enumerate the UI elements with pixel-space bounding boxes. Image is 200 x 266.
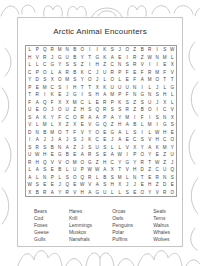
page-title: Arctic Animal Encounters bbox=[18, 27, 182, 36]
grid-cell-r5c12: O bbox=[109, 76, 117, 84]
grid-cell-r11c2: L bbox=[34, 121, 42, 129]
grid-cell-r7c8: I bbox=[79, 91, 87, 99]
grid-cell-r5c18: O bbox=[154, 76, 162, 84]
grid-cell-r20c1: X bbox=[26, 189, 34, 197]
grid-cell-r13c20: O bbox=[169, 136, 177, 144]
grid-cell-r5c7: S bbox=[71, 76, 79, 84]
grid-cell-r8c2: A bbox=[34, 99, 42, 107]
grid-cell-r7c17: N bbox=[146, 91, 154, 99]
doodle-arc bbox=[191, 228, 197, 250]
grid-cell-r20c16: O bbox=[139, 189, 147, 197]
grid-cell-r6c12: U bbox=[109, 84, 117, 92]
doodle-swirl bbox=[189, 130, 195, 164]
grid-cell-r3c12: C bbox=[109, 61, 117, 69]
grid-cell-r10c2: A bbox=[34, 114, 42, 122]
grid-cell-r17c10: W bbox=[94, 166, 102, 174]
grid-cell-r19c1: W bbox=[26, 181, 34, 189]
grid-cell-r2c18: N bbox=[154, 54, 162, 62]
grid-cell-r1c12: S bbox=[109, 46, 117, 54]
grid-cell-r12c19: H bbox=[161, 129, 169, 137]
grid-cell-r5c20: T bbox=[169, 76, 177, 84]
grid-cell-r15c17: Y bbox=[146, 151, 154, 159]
grid-cell-r4c19: F bbox=[161, 69, 169, 77]
grid-cell-r3c18: I bbox=[154, 61, 162, 69]
grid-cell-r13c11: E bbox=[101, 136, 109, 144]
grid-cell-r16c10: Z bbox=[94, 159, 102, 167]
grid-cell-r15c7: E bbox=[71, 151, 79, 159]
grid-cell-r5c6: M bbox=[64, 76, 72, 84]
grid-cell-r17c18: C bbox=[154, 166, 162, 174]
grid-cell-r12c7: F bbox=[71, 129, 79, 137]
grid-cell-r17c3: S bbox=[41, 166, 49, 174]
grid-cell-r6c17: L bbox=[146, 84, 154, 92]
grid-cell-r16c5: V bbox=[56, 159, 64, 167]
grid-cell-r10c18: S bbox=[154, 114, 162, 122]
grid-cell-r6c10: X bbox=[94, 84, 102, 92]
grid-cell-r18c11: B bbox=[101, 174, 109, 182]
grid-cell-r11c19: G bbox=[161, 121, 169, 129]
grid-cell-r10c17: I bbox=[146, 114, 154, 122]
grid-cell-r3c20: X bbox=[169, 61, 177, 69]
grid-cell-r11c20: S bbox=[169, 121, 177, 129]
doodle-swirl bbox=[5, 138, 11, 172]
grid-cell-r17c15: H bbox=[131, 166, 139, 174]
grid-cell-r4c10: J bbox=[94, 69, 102, 77]
grid-cell-r16c9: G bbox=[86, 159, 94, 167]
grid-cell-r12c14: L bbox=[124, 129, 132, 137]
grid-cell-r7c4: K bbox=[49, 91, 57, 99]
grid-cell-r12c11: E bbox=[101, 129, 109, 137]
grid-cell-r11c8: E bbox=[79, 121, 87, 129]
grid-cell-r15c6: B bbox=[64, 151, 72, 159]
grid-cell-r10c1: S bbox=[26, 114, 34, 122]
grid-cell-r20c18: V bbox=[154, 189, 162, 197]
grid-cell-r15c9: R bbox=[86, 151, 94, 159]
grid-cell-r14c13: L bbox=[116, 144, 124, 152]
grid-cell-r19c15: J bbox=[131, 181, 139, 189]
grid-cell-r12c10: O bbox=[94, 129, 102, 137]
word-item: Lemmings bbox=[69, 222, 92, 229]
grid-cell-r10c5: F bbox=[56, 114, 64, 122]
grid-cell-r6c11: K bbox=[101, 84, 109, 92]
grid-cell-r18c18: R bbox=[154, 174, 162, 182]
grid-cell-r12c3: B bbox=[41, 129, 49, 137]
grid-cell-r18c13: M bbox=[116, 174, 124, 182]
grid-cell-r13c17: V bbox=[146, 136, 154, 144]
grid-cell-r1c5: M bbox=[56, 46, 64, 54]
grid-cell-r18c3: N bbox=[41, 174, 49, 182]
grid-cell-r9c11: R bbox=[101, 106, 109, 114]
grid-cell-r10c14: M bbox=[124, 114, 132, 122]
grid-cell-r3c2: L bbox=[34, 61, 42, 69]
grid-cell-r20c10: G bbox=[94, 189, 102, 197]
grid-cell-r11c16: L bbox=[139, 121, 147, 129]
grid-cell-r17c20: Q bbox=[169, 166, 177, 174]
grid-cell-r1c1: L bbox=[26, 46, 34, 54]
grid-cell-r15c19: Z bbox=[161, 151, 169, 159]
grid-cell-r17c14: V bbox=[124, 166, 132, 174]
grid-cell-r5c3: S bbox=[41, 76, 49, 84]
doodle-arc bbox=[66, 259, 82, 266]
grid-cell-r16c20: J bbox=[169, 159, 177, 167]
grid-cell-r15c13: W bbox=[116, 151, 124, 159]
grid-cell-r18c17: E bbox=[146, 174, 154, 182]
grid-cell-r20c12: L bbox=[109, 189, 117, 197]
grid-cell-r3c7: S bbox=[71, 61, 79, 69]
word-item: Walrus bbox=[153, 222, 170, 229]
grid-cell-r18c5: L bbox=[56, 174, 64, 182]
grid-cell-r7c6: J bbox=[64, 91, 72, 99]
grid-cell-r10c3: K bbox=[41, 114, 49, 122]
grid-cell-r1c14: O bbox=[124, 46, 132, 54]
grid-cell-r19c16: E bbox=[139, 181, 147, 189]
grid-cell-r5c4: X bbox=[49, 76, 57, 84]
word-item: Cod bbox=[34, 215, 49, 222]
grid-cell-r3c11: Z bbox=[101, 61, 109, 69]
puzzle-card: Arctic Animal Encounters LPQRMNBOIIKSJOZ… bbox=[17, 17, 183, 247]
grid-cell-r14c2: R bbox=[34, 144, 42, 152]
grid-cell-r12c20: E bbox=[169, 129, 177, 137]
grid-cell-r18c1: A bbox=[26, 174, 34, 182]
grid-cell-r1c6: N bbox=[64, 46, 72, 54]
grid-cell-r4c15: E bbox=[131, 69, 139, 77]
grid-cell-r3c5: Y bbox=[56, 61, 64, 69]
grid-cell-r4c14: F bbox=[124, 69, 132, 77]
grid-cell-r12c1: D bbox=[26, 129, 34, 137]
grid-cell-r11c4: L bbox=[49, 121, 57, 129]
grid-cell-r8c6: X bbox=[64, 99, 72, 107]
grid-cell-r3c1: L bbox=[26, 61, 34, 69]
grid-cell-r11c10: G bbox=[94, 121, 102, 129]
doodle-swirl bbox=[191, 82, 198, 116]
grid-cell-r11c12: Z bbox=[109, 121, 117, 129]
grid-cell-r6c9: T bbox=[86, 84, 94, 92]
grid-cell-r6c20: G bbox=[169, 84, 177, 92]
grid-cell-r14c8: J bbox=[79, 144, 87, 152]
grid-cell-r15c16: O bbox=[139, 151, 147, 159]
grid-cell-r2c10: G bbox=[94, 54, 102, 62]
grid-cell-r5c8: Y bbox=[79, 76, 87, 84]
grid-cell-r16c7: M bbox=[71, 159, 79, 167]
grid-cell-r8c5: X bbox=[56, 99, 64, 107]
grid-cell-r6c7: H bbox=[71, 84, 79, 92]
grid-cell-r3c15: R bbox=[131, 61, 139, 69]
grid-cell-r5c13: L bbox=[116, 76, 124, 84]
doodle-petal bbox=[68, 6, 87, 16]
doodle-swirl bbox=[189, 42, 195, 70]
grid-cell-r3c14: S bbox=[124, 61, 132, 69]
grid-cell-r11c5: X bbox=[56, 121, 64, 129]
grid-cell-r18c12: S bbox=[109, 174, 117, 182]
grid-cell-r14c1: S bbox=[26, 144, 34, 152]
grid-cell-r17c2: A bbox=[34, 166, 42, 174]
grid-cell-r10c19: N bbox=[161, 114, 169, 122]
grid-cell-r17c9: W bbox=[86, 166, 94, 174]
grid-cell-r15c5: G bbox=[56, 151, 64, 159]
grid-cell-r9c5: O bbox=[56, 106, 64, 114]
grid-cell-r3c16: V bbox=[139, 61, 147, 69]
doodle-arc bbox=[195, 8, 200, 16]
grid-cell-r16c14: G bbox=[124, 159, 132, 167]
grid-cell-r4c12: R bbox=[109, 69, 117, 77]
grid-cell-r13c4: J bbox=[49, 136, 57, 144]
grid-cell-r13c16: S bbox=[139, 136, 147, 144]
grid-cell-r6c16: I bbox=[139, 84, 147, 92]
grid-cell-r15c4: E bbox=[49, 151, 57, 159]
grid-cell-r8c14: S bbox=[124, 99, 132, 107]
grid-cell-r5c1: Y bbox=[26, 76, 34, 84]
grid-cell-r18c19: N bbox=[161, 174, 169, 182]
grid-cell-r20c2: B bbox=[34, 189, 42, 197]
word-column-1: BearsCodFoxesGeeseGulls bbox=[34, 208, 49, 243]
grid-cell-r15c14: I bbox=[124, 151, 132, 159]
grid-cell-r15c2: W bbox=[34, 151, 42, 159]
grid-cell-r4c5: A bbox=[56, 69, 64, 77]
grid-cell-r8c13: K bbox=[116, 99, 124, 107]
grid-cell-r7c13: P bbox=[116, 91, 124, 99]
grid-cell-r9c18: I bbox=[154, 106, 162, 114]
grid-cell-r11c6: Z bbox=[64, 121, 72, 129]
grid-cell-r5c14: E bbox=[124, 76, 132, 84]
grid-cell-r8c19: X bbox=[161, 99, 169, 107]
grid-cell-r6c5: S bbox=[56, 84, 64, 92]
grid-cell-r7c12: M bbox=[109, 91, 117, 99]
grid-cell-r1c20: W bbox=[169, 46, 177, 54]
grid-cell-r5c10: J bbox=[94, 76, 102, 84]
grid-cell-r11c11: Q bbox=[101, 121, 109, 129]
grid-cell-r6c2: E bbox=[34, 84, 42, 92]
grid-cell-r7c14: F bbox=[124, 91, 132, 99]
grid-cell-r10c8: R bbox=[79, 114, 87, 122]
word-item: Foxes bbox=[34, 222, 49, 229]
grid-cell-r17c6: L bbox=[64, 166, 72, 174]
grid-cell-r19c7: E bbox=[71, 181, 79, 189]
grid-cell-r1c8: O bbox=[79, 46, 87, 54]
grid-cell-r20c6: R bbox=[64, 189, 72, 197]
grid-cell-r9c7: Z bbox=[71, 106, 79, 114]
grid-cell-r14c12: L bbox=[109, 144, 117, 152]
grid-cell-r14c9: S bbox=[86, 144, 94, 152]
doodle-leaf-fan bbox=[18, 251, 62, 266]
grid-cell-r7c10: H bbox=[94, 91, 102, 99]
grid-cell-r20c3: R bbox=[41, 189, 49, 197]
grid-cell-r4c16: F bbox=[139, 69, 147, 77]
grid-cell-r17c13: T bbox=[116, 166, 124, 174]
grid-cell-r17c11: A bbox=[101, 166, 109, 174]
grid-cell-r11c9: V bbox=[86, 121, 94, 129]
grid-cell-r8c18: J bbox=[154, 99, 162, 107]
grid-cell-r20c14: S bbox=[124, 189, 132, 197]
grid-cell-r7c5: E bbox=[56, 91, 64, 99]
grid-cell-r2c5: G bbox=[56, 54, 64, 62]
grid-cell-r14c15: X bbox=[131, 144, 139, 152]
grid-cell-r20c9: A bbox=[86, 189, 94, 197]
grid-cell-r3c9: I bbox=[86, 61, 94, 69]
grid-cell-r13c5: A bbox=[56, 136, 64, 144]
grid-cell-r12c2: N bbox=[34, 129, 42, 137]
grid-cell-r5c9: O bbox=[86, 76, 94, 84]
word-item: Krill bbox=[69, 215, 92, 222]
grid-cell-r5c16: A bbox=[139, 76, 147, 84]
grid-cell-r17c5: B bbox=[56, 166, 64, 174]
grid-cell-r4c7: B bbox=[71, 69, 79, 77]
word-column-2: HaresKrillLemmingsMuskoxNarwhals bbox=[69, 208, 92, 243]
grid-cell-r7c1: T bbox=[26, 91, 34, 99]
grid-cell-r20c19: R bbox=[161, 189, 169, 197]
word-item: Wolves bbox=[153, 236, 170, 243]
grid-cell-r10c6: C bbox=[64, 114, 72, 122]
grid-cell-r7c3: I bbox=[41, 91, 49, 99]
grid-cell-r13c13: A bbox=[116, 136, 124, 144]
grid-cell-r9c9: S bbox=[86, 106, 94, 114]
grid-cell-r16c3: Q bbox=[41, 159, 49, 167]
doodle-bowl bbox=[92, 8, 122, 17]
grid-cell-r12c12: G bbox=[109, 129, 117, 137]
grid-cell-r8c16: S bbox=[139, 99, 147, 107]
word-item: Hares bbox=[69, 208, 92, 215]
grid-cell-r6c8: T bbox=[79, 84, 87, 92]
grid-cell-r12c9: Y bbox=[86, 129, 94, 137]
grid-cell-r19c6: Q bbox=[64, 181, 72, 189]
grid-cell-r1c9: I bbox=[86, 46, 94, 54]
grid-cell-r8c15: Z bbox=[131, 99, 139, 107]
grid-cell-r14c10: U bbox=[94, 144, 102, 152]
grid-cell-r19c12: H bbox=[109, 181, 117, 189]
grid-cell-r19c8: W bbox=[79, 181, 87, 189]
grid-cell-r20c8: H bbox=[79, 189, 87, 197]
grid-cell-r6c3: M bbox=[41, 84, 49, 92]
grid-cell-r10c10: A bbox=[94, 114, 102, 122]
grid-cell-r8c20: L bbox=[169, 99, 177, 107]
grid-cell-r2c3: R bbox=[41, 54, 49, 62]
grid-cell-r20c4: A bbox=[49, 189, 57, 197]
grid-cell-r9c13: S bbox=[116, 106, 124, 114]
word-column-3: OrcasOwlsPenguinsPolarPuffins bbox=[112, 208, 133, 243]
doodle-bowl-inner bbox=[98, 11, 116, 16]
grid-cell-r10c12: A bbox=[109, 114, 117, 122]
doodle-arc bbox=[174, 6, 193, 14]
grid-cell-r6c13: U bbox=[116, 84, 124, 92]
grid-cell-r2c13: E bbox=[116, 54, 124, 62]
word-item: Geese bbox=[34, 229, 49, 236]
grid-cell-r5c17: M bbox=[146, 76, 154, 84]
grid-cell-r5c19: T bbox=[161, 76, 169, 84]
grid-cell-r12c16: I bbox=[139, 129, 147, 137]
grid-cell-r7c11: A bbox=[101, 91, 109, 99]
doodle-arc bbox=[1, 6, 19, 16]
grid-cell-r11c7: X bbox=[71, 121, 79, 129]
grid-cell-r18c10: L bbox=[94, 174, 102, 182]
grid-cell-r6c14: U bbox=[124, 84, 132, 92]
grid-cell-r16c8: O bbox=[79, 159, 87, 167]
grid-cell-r8c4: F bbox=[49, 99, 57, 107]
grid-cell-r3c6: S bbox=[64, 61, 72, 69]
grid-cell-r2c6: U bbox=[64, 54, 72, 62]
grid-cell-r11c1: V bbox=[26, 121, 34, 129]
grid-cell-r16c11: H bbox=[101, 159, 109, 167]
grid-cell-r16c1: R bbox=[26, 159, 34, 167]
grid-cell-r4c8: K bbox=[79, 69, 87, 77]
grid-cell-r13c10: C bbox=[94, 136, 102, 144]
grid-cell-r19c5: J bbox=[56, 181, 64, 189]
grid-cell-r9c19: C bbox=[161, 106, 169, 114]
grid-cell-r10c20: X bbox=[169, 114, 177, 122]
grid-cell-r16c15: Y bbox=[131, 159, 139, 167]
grid-cell-r3c13: N bbox=[116, 61, 124, 69]
grid-cell-r12c17: L bbox=[146, 129, 154, 137]
grid-cell-r17c1: L bbox=[26, 166, 34, 174]
grid-cell-r4c4: L bbox=[49, 69, 57, 77]
grid-cell-r17c12: X bbox=[109, 166, 117, 174]
grid-cell-r12c6: T bbox=[64, 129, 72, 137]
grid-cell-r18c6: S bbox=[64, 174, 72, 182]
grid-cell-r10c16: F bbox=[139, 114, 147, 122]
grid-cell-r7c19: H bbox=[161, 91, 169, 99]
grid-cell-r2c19: M bbox=[161, 54, 169, 62]
grid-cell-r8c7: M bbox=[71, 99, 79, 107]
doodle-petal bbox=[44, 6, 63, 16]
grid-cell-r19c3: E bbox=[41, 181, 49, 189]
grid-cell-r10c7: O bbox=[71, 114, 79, 122]
grid-cell-r16c13: Y bbox=[116, 159, 124, 167]
grid-cell-r9c4: J bbox=[49, 106, 57, 114]
grid-cell-r4c9: C bbox=[86, 69, 94, 77]
grid-cell-r9c8: H bbox=[79, 106, 87, 114]
word-item: Orcas bbox=[112, 208, 133, 215]
grid-cell-r14c16: Y bbox=[139, 144, 147, 152]
doodle-swirl bbox=[191, 178, 198, 214]
grid-cell-r1c19: S bbox=[161, 46, 169, 54]
grid-cell-r11c3: M bbox=[41, 121, 49, 129]
grid-cell-r7c18: S bbox=[154, 91, 162, 99]
grid-cell-r1c7: B bbox=[71, 46, 79, 54]
grid-cell-r15c15: P bbox=[131, 151, 139, 159]
grid-cell-r13c18: H bbox=[154, 136, 162, 144]
word-search-grid: LPQRMNBOIIKSJOZBRISWHVRJGUBYTGKAEIRZWNML… bbox=[25, 45, 177, 197]
grid-cell-r4c17: R bbox=[146, 69, 154, 77]
grid-cell-r6c4: C bbox=[49, 84, 57, 92]
grid-cell-r2c7: B bbox=[71, 54, 79, 62]
grid-cell-r15c11: E bbox=[101, 151, 109, 159]
grid-cell-r9c14: R bbox=[124, 106, 132, 114]
grid-cell-r11c18: I bbox=[154, 121, 162, 129]
grid-cell-r17c19: U bbox=[161, 166, 169, 174]
doodle-arc bbox=[152, 6, 170, 14]
grid-cell-r20c17: Y bbox=[146, 189, 154, 197]
grid-cell-r6c1: P bbox=[26, 84, 34, 92]
grid-cell-r11c13: H bbox=[116, 121, 124, 129]
doodle-arc bbox=[22, 5, 35, 14]
grid-cell-r10c9: A bbox=[86, 114, 94, 122]
grid-cell-r13c15: C bbox=[131, 136, 139, 144]
grid-cell-r15c3: H bbox=[41, 151, 49, 159]
grid-cell-r16c6: O bbox=[64, 159, 72, 167]
grid-cell-r12c15: S bbox=[131, 129, 139, 137]
word-item: Whales bbox=[153, 229, 170, 236]
grid-cell-r7c20: L bbox=[169, 91, 177, 99]
grid-cell-r15c8: A bbox=[79, 151, 87, 159]
grid-cell-r19c20: E bbox=[169, 181, 177, 189]
grid-cell-r9c15: Z bbox=[131, 106, 139, 114]
grid-cell-r1c3: Q bbox=[41, 46, 49, 54]
grid-cell-r19c11: S bbox=[101, 181, 109, 189]
grid-cell-r3c4: G bbox=[49, 61, 57, 69]
grid-cell-r18c7: O bbox=[71, 174, 79, 182]
word-item: Narwhals bbox=[69, 236, 92, 243]
grid-cell-r3c8: Z bbox=[79, 61, 87, 69]
doodle-leaf-fan bbox=[138, 251, 182, 266]
grid-cell-r20c5: Y bbox=[56, 189, 64, 197]
